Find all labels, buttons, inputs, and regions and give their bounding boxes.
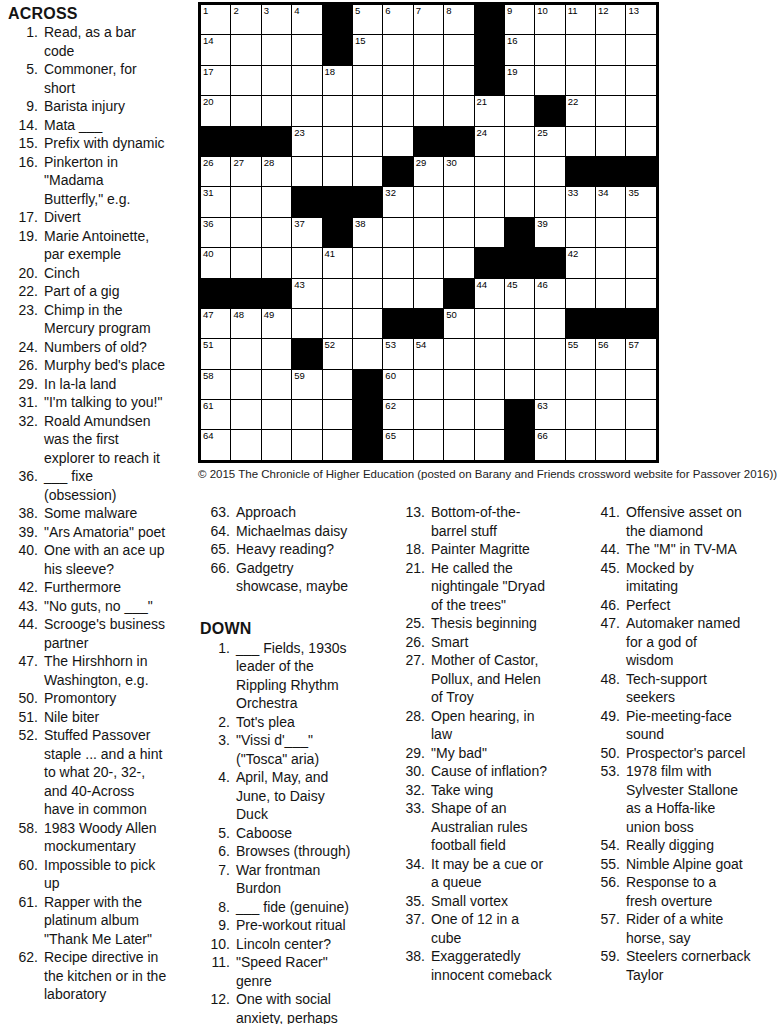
grid-cell-r9c13[interactable]: 42 (566, 248, 595, 277)
cell-number: 2 (233, 5, 238, 16)
clue-text: Cause of inflation? (431, 762, 587, 781)
down-clue-13: 13Bottom-of-the- barrel stuff (395, 503, 587, 540)
across-clue-31: 31"I'm talking to you!" (8, 393, 196, 412)
grid-cell-r2c1[interactable]: 14 (201, 35, 230, 64)
down-clue-53: 531978 film with Sylvester Stallone as a… (590, 762, 782, 836)
across-clue-5: 5Commoner, for short (8, 60, 196, 97)
grid-cell-r9c7[interactable] (383, 248, 412, 277)
grid-cell-r13c10[interactable] (475, 370, 504, 399)
clue-text: Stuffed Passover staple ... and a hint t… (44, 726, 196, 819)
grid-cell-r2c2[interactable] (231, 35, 260, 64)
grid-cell-r8c2[interactable] (231, 218, 260, 247)
grid-cell-r2c4[interactable] (292, 35, 321, 64)
clue-text: Gadgetry showcase, maybe (236, 559, 392, 596)
grid-cell-r11c12[interactable] (535, 309, 564, 338)
grid-cell-r1c9[interactable]: 8 (444, 5, 473, 34)
grid-cell-r8c1[interactable]: 36 (201, 218, 230, 247)
down-clue-46: 46Perfect (590, 596, 782, 615)
cell-number: 31 (203, 187, 214, 198)
grid-cell-r4c6[interactable] (353, 96, 382, 125)
grid-cell-r8c13[interactable] (566, 218, 595, 247)
grid-cell-r1c12[interactable]: 10 (535, 5, 564, 34)
grid-cell-r14c1[interactable]: 61 (201, 400, 230, 429)
grid-cell-r4c2[interactable] (231, 96, 260, 125)
across-clue-38: 38Some malware (8, 504, 196, 523)
grid-cell-r7c1[interactable]: 31 (201, 187, 230, 216)
cell-number: 49 (264, 309, 275, 320)
grid-cell-r2c7[interactable] (383, 35, 412, 64)
across-clue-62: 62Recipe directive in the kitchen or in … (8, 948, 196, 1004)
grid-cell-r3c11[interactable]: 19 (505, 66, 534, 95)
grid-cell-r7c8[interactable] (414, 187, 443, 216)
grid-cell-r14c4[interactable] (292, 400, 321, 429)
across-clue-51: 51Nile biter (8, 708, 196, 727)
grid-cell-r10c5[interactable] (323, 279, 352, 308)
grid-cell-r10c12[interactable]: 46 (535, 279, 564, 308)
grid-cell-r14c8[interactable] (414, 400, 443, 429)
down-clue-10: 10Lincoln center? (200, 935, 392, 954)
grid-cell-r4c10[interactable]: 21 (475, 96, 504, 125)
grid-cell-r3c1[interactable]: 17 (201, 66, 230, 95)
grid-cell-r11c9[interactable]: 50 (444, 309, 473, 338)
across-clue-64: 64Michaelmas daisy (200, 522, 392, 541)
grid-cell-r2c14[interactable] (596, 35, 625, 64)
black-square (566, 309, 595, 338)
clue-number: 3 (200, 731, 230, 750)
grid-cell-r7c12[interactable] (535, 187, 564, 216)
grid-cell-r13c9[interactable] (444, 370, 473, 399)
grid-cell-r15c7[interactable]: 65 (383, 430, 412, 459)
grid-cell-r3c6[interactable] (353, 66, 382, 95)
down-clue-47: 47Automaker named for a god of wisdom (590, 614, 782, 670)
grid-cell-r10c11[interactable]: 45 (505, 279, 534, 308)
grid-cell-r13c12[interactable] (535, 370, 564, 399)
grid-cell-r4c3[interactable] (262, 96, 291, 125)
grid-cell-r10c8[interactable] (414, 279, 443, 308)
grid-cell-r5c5[interactable] (323, 127, 352, 156)
clue-text: Chimp in the Mercury program (44, 301, 196, 338)
cell-number: 63 (537, 400, 548, 411)
down-clue-33: 33Shape of an Australian rules football … (395, 799, 587, 855)
across-clue-63: 63Approach (200, 503, 392, 522)
cell-number: 56 (598, 339, 609, 350)
cell-number: 32 (385, 187, 396, 198)
grid-cell-r15c1[interactable]: 64 (201, 430, 230, 459)
down-clue-1: 1___ Fields, 1930s leader of the Ripplin… (200, 639, 392, 713)
grid-cell-r13c8[interactable] (414, 370, 443, 399)
clue-number: 6 (200, 842, 230, 861)
clue-number: 58 (8, 819, 38, 838)
grid-cell-r8c7[interactable] (383, 218, 412, 247)
clue-number: 7 (200, 861, 230, 880)
across-clue-16: 16Pinkerton in "Madama Butterfly," e.g. (8, 153, 196, 209)
grid-cell-r13c3[interactable] (262, 370, 291, 399)
grid-cell-r5c7[interactable] (383, 127, 412, 156)
grid-cell-r2c15[interactable] (626, 35, 655, 64)
cell-number: 7 (416, 5, 421, 16)
cell-number: 52 (325, 339, 336, 350)
grid-cell-r9c2[interactable] (231, 248, 260, 277)
cell-number: 24 (477, 127, 488, 138)
grid-cell-r15c10[interactable] (475, 430, 504, 459)
grid-cell-r1c6[interactable]: 5 (353, 5, 382, 34)
across-clue-23: 23Chimp in the Mercury program (8, 301, 196, 338)
grid-cell-r13c13[interactable] (566, 370, 595, 399)
clue-text: ___ Fields, 1930s leader of the Rippling… (236, 639, 392, 713)
clue-text: Browses (through) (236, 842, 392, 861)
grid-cell-r15c12[interactable]: 66 (535, 430, 564, 459)
grid-cell-r14c9[interactable] (444, 400, 473, 429)
across-clues-column: ACROSS 1Read, as a bar code5Commoner, fo… (8, 4, 196, 1004)
grid-cell-r11c6[interactable] (353, 309, 382, 338)
clue-text: Tot's plea (236, 713, 392, 732)
across-clue-1: 1Read, as a bar code (8, 23, 196, 60)
grid-cell-r7c13[interactable]: 33 (566, 187, 595, 216)
grid-cell-r11c5[interactable] (323, 309, 352, 338)
grid-cell-r10c7[interactable] (383, 279, 412, 308)
grid-cell-r3c4[interactable] (292, 66, 321, 95)
clue-text: ___ fide (genuine) (236, 898, 392, 917)
grid-cell-r3c8[interactable] (414, 66, 443, 95)
grid-cell-r7c9[interactable] (444, 187, 473, 216)
grid-cell-r15c15[interactable] (626, 430, 655, 459)
clue-text: ___ fixe (obsession) (44, 467, 196, 504)
grid-cell-r9c14[interactable] (596, 248, 625, 277)
clue-text: Scrooge's business partner (44, 615, 196, 652)
grid-cell-r13c1[interactable]: 58 (201, 370, 230, 399)
grid-cell-r12c6[interactable] (353, 339, 382, 368)
grid-cell-r1c1[interactable]: 1 (201, 5, 230, 34)
grid-cell-r14c7[interactable]: 62 (383, 400, 412, 429)
down-clue-34: 34It may be a cue or a queue (395, 855, 587, 892)
grid-cell-r14c15[interactable] (626, 400, 655, 429)
grid-cell-r12c10[interactable] (475, 339, 504, 368)
grid-cell-r15c4[interactable] (292, 430, 321, 459)
grid-cell-r1c13[interactable]: 11 (566, 5, 595, 34)
grid-cell-r12c11[interactable] (505, 339, 534, 368)
grid-cell-r7c10[interactable] (475, 187, 504, 216)
grid-cell-r8c10[interactable] (475, 218, 504, 247)
grid-cell-r9c1[interactable]: 40 (201, 248, 230, 277)
grid-cell-r11c2[interactable]: 48 (231, 309, 260, 338)
clue-number: 52 (8, 726, 38, 745)
across-clue-22: 22Part of a gig (8, 282, 196, 301)
grid-cell-r3c14[interactable] (596, 66, 625, 95)
grid-cell-r8c4[interactable]: 37 (292, 218, 321, 247)
grid-cell-r6c8[interactable]: 29 (414, 157, 443, 186)
grid-cell-r13c15[interactable] (626, 370, 655, 399)
grid-cell-r7c7[interactable]: 32 (383, 187, 412, 216)
clue-number: 11 (200, 953, 230, 972)
down-clue-28: 28Open hearing, in law (395, 707, 587, 744)
grid-cell-r7c11[interactable] (505, 187, 534, 216)
grid-cell-r2c13[interactable] (566, 35, 595, 64)
grid-cell-r1c7[interactable]: 6 (383, 5, 412, 34)
grid-cell-r3c13[interactable] (566, 66, 595, 95)
across-clue-20: 20Cinch (8, 264, 196, 283)
cell-number: 33 (568, 187, 579, 198)
grid-cell-r14c14[interactable] (596, 400, 625, 429)
grid-cell-r5c15[interactable] (626, 127, 655, 156)
grid-cell-r14c5[interactable] (323, 400, 352, 429)
clue-text: "My bad" (431, 744, 587, 763)
clue-text: Approach (236, 503, 392, 522)
grid-cell-r15c3[interactable] (262, 430, 291, 459)
grid-cell-r13c14[interactable] (596, 370, 625, 399)
down-clue-6: 6Browses (through) (200, 842, 392, 861)
grid-cell-r10c13[interactable] (566, 279, 595, 308)
grid-cell-r4c9[interactable] (444, 96, 473, 125)
grid-cell-r10c10[interactable]: 44 (475, 279, 504, 308)
down-clue-4: 4April, May, and June, to Daisy Duck (200, 768, 392, 824)
grid-cell-r14c2[interactable] (231, 400, 260, 429)
clue-number: 20 (8, 264, 38, 283)
grid-cell-r11c1[interactable]: 47 (201, 309, 230, 338)
grid-cell-r5c11[interactable] (505, 127, 534, 156)
grid-cell-r12c3[interactable] (262, 339, 291, 368)
clue-number: 13 (395, 503, 425, 522)
grid-cell-r6c12[interactable] (535, 157, 564, 186)
grid-cell-r6c4[interactable] (292, 157, 321, 186)
clue-number: 5 (8, 60, 38, 79)
grid-cell-r7c3[interactable] (262, 187, 291, 216)
clue-number: 15 (8, 134, 38, 153)
grid-cell-r5c12[interactable]: 25 (535, 127, 564, 156)
grid-cell-r1c4[interactable]: 4 (292, 5, 321, 34)
grid-cell-r4c4[interactable] (292, 96, 321, 125)
down-clue-59: 59Steelers cornerback Taylor (590, 947, 782, 984)
black-square (231, 279, 260, 308)
cell-number: 62 (385, 400, 396, 411)
clue-text: Divert (44, 208, 196, 227)
grid-cell-r1c3[interactable]: 3 (262, 5, 291, 34)
grid-cell-r12c7[interactable]: 53 (383, 339, 412, 368)
clue-number: 9 (200, 916, 230, 935)
grid-cell-r3c3[interactable] (262, 66, 291, 95)
grid-cell-r3c2[interactable] (231, 66, 260, 95)
grid-cell-r2c8[interactable] (414, 35, 443, 64)
grid-cell-r13c7[interactable]: 60 (383, 370, 412, 399)
grid-cell-r14c13[interactable] (566, 400, 595, 429)
down-clue-7: 7War frontman Burdon (200, 861, 392, 898)
grid-cell-r15c9[interactable] (444, 430, 473, 459)
grid-cell-r12c9[interactable] (444, 339, 473, 368)
clue-number: 29 (8, 375, 38, 394)
cell-number: 13 (628, 5, 639, 16)
cell-number: 35 (628, 187, 639, 198)
grid-cell-r10c6[interactable] (353, 279, 382, 308)
grid-cell-r10c4[interactable]: 43 (292, 279, 321, 308)
clue-number: 22 (8, 282, 38, 301)
grid-cell-r4c14[interactable] (596, 96, 625, 125)
grid-cell-r2c3[interactable] (262, 35, 291, 64)
grid-cell-r11c11[interactable] (505, 309, 534, 338)
grid-cell-r4c8[interactable] (414, 96, 443, 125)
grid-cell-r10c15[interactable] (626, 279, 655, 308)
clue-number: 44 (590, 540, 620, 559)
grid-cell-r6c2[interactable]: 27 (231, 157, 260, 186)
grid-cell-r7c15[interactable]: 35 (626, 187, 655, 216)
clue-number: 34 (395, 855, 425, 874)
clue-number: 31 (8, 393, 38, 412)
down-clue-29: 29"My bad" (395, 744, 587, 763)
grid-cell-r6c3[interactable]: 28 (262, 157, 291, 186)
grid-cell-r1c15[interactable]: 13 (626, 5, 655, 34)
grid-cell-r6c10[interactable] (475, 157, 504, 186)
down-clue-45: 45Mocked by imitating (590, 559, 782, 596)
grid-cell-r8c15[interactable] (626, 218, 655, 247)
grid-cell-r9c15[interactable] (626, 248, 655, 277)
grid-cell-r7c2[interactable] (231, 187, 260, 216)
grid-cell-r13c5[interactable] (323, 370, 352, 399)
grid-cell-r5c10[interactable]: 24 (475, 127, 504, 156)
across-header: ACROSS (8, 4, 196, 23)
across-clue-65: 65Heavy reading? (200, 540, 392, 559)
grid-cell-r4c5[interactable] (323, 96, 352, 125)
grid-cell-r15c13[interactable] (566, 430, 595, 459)
clue-text: In la-la land (44, 375, 196, 394)
clue-number: 28 (395, 707, 425, 726)
grid-cell-r11c10[interactable] (475, 309, 504, 338)
grid-cell-r9c5[interactable]: 41 (323, 248, 352, 277)
grid-cell-r12c2[interactable] (231, 339, 260, 368)
grid-cell-r13c11[interactable] (505, 370, 534, 399)
grid-cell-r12c13[interactable]: 55 (566, 339, 595, 368)
grid-cell-r14c12[interactable]: 63 (535, 400, 564, 429)
grid-cell-r8c12[interactable]: 39 (535, 218, 564, 247)
grid-cell-r12c1[interactable]: 51 (201, 339, 230, 368)
grid-cell-r4c7[interactable] (383, 96, 412, 125)
grid-cell-r14c3[interactable] (262, 400, 291, 429)
grid-cell-r7c14[interactable]: 34 (596, 187, 625, 216)
across-clue-47: 47The Hirshhorn in Washington, e.g. (8, 652, 196, 689)
grid-cell-r2c9[interactable] (444, 35, 473, 64)
clue-text: "Speed Racer" genre (236, 953, 392, 990)
grid-cell-r5c14[interactable] (596, 127, 625, 156)
grid-cell-r15c14[interactable] (596, 430, 625, 459)
clue-text: Mata ___ (44, 116, 196, 135)
clue-text: Furthermore (44, 578, 196, 597)
grid-cell-r8c9[interactable] (444, 218, 473, 247)
cell-number: 27 (233, 157, 244, 168)
grid-cell-r12c15[interactable]: 57 (626, 339, 655, 368)
grid-cell-r4c11[interactable] (505, 96, 534, 125)
grid-cell-r11c4[interactable] (292, 309, 321, 338)
grid-cell-r6c11[interactable] (505, 157, 534, 186)
clue-text: Automaker named for a god of wisdom (626, 614, 782, 670)
black-square (262, 127, 291, 156)
down-clue-list: 1___ Fields, 1930s leader of the Ripplin… (200, 639, 392, 1024)
clue-number: 18 (395, 540, 425, 559)
grid-cell-r9c6[interactable] (353, 248, 382, 277)
grid-cell-r3c15[interactable] (626, 66, 655, 95)
cell-number: 55 (568, 339, 579, 350)
clue-number: 62 (8, 948, 38, 967)
clue-text: "Ars Amatoria" poet (44, 523, 196, 542)
grid-cell-r3c12[interactable] (535, 66, 564, 95)
grid-cell-r5c4[interactable]: 23 (292, 127, 321, 156)
grid-cell-r2c12[interactable] (535, 35, 564, 64)
grid-cell-r3c5[interactable]: 18 (323, 66, 352, 95)
grid-cell-r8c3[interactable] (262, 218, 291, 247)
grid-cell-r8c8[interactable] (414, 218, 443, 247)
grid-cell-r15c8[interactable] (414, 430, 443, 459)
grid-cell-r5c13[interactable] (566, 127, 595, 156)
black-square (383, 309, 412, 338)
clue-number: 53 (590, 762, 620, 781)
grid-cell-r5c6[interactable] (353, 127, 382, 156)
grid-cell-r6c5[interactable] (323, 157, 352, 186)
grid-cell-r12c12[interactable] (535, 339, 564, 368)
grid-cell-r6c6[interactable] (353, 157, 382, 186)
clue-text: Perfect (626, 596, 782, 615)
grid-cell-r4c1[interactable]: 20 (201, 96, 230, 125)
black-square (475, 35, 504, 64)
grid-cell-r12c14[interactable]: 56 (596, 339, 625, 368)
grid-cell-r8c14[interactable] (596, 218, 625, 247)
cell-number: 12 (598, 5, 609, 16)
grid-cell-r15c5[interactable] (323, 430, 352, 459)
clue-number: 61 (8, 893, 38, 912)
grid-cell-r1c11[interactable]: 9 (505, 5, 534, 34)
clue-text: "Vissi d'___" ("Tosca" aria) (236, 731, 392, 768)
black-square (292, 339, 321, 368)
grid-cell-r15c2[interactable] (231, 430, 260, 459)
grid-cell-r11c3[interactable]: 49 (262, 309, 291, 338)
grid-cell-r1c8[interactable]: 7 (414, 5, 443, 34)
grid-cell-r12c8[interactable]: 54 (414, 339, 443, 368)
grid-cell-r12c5[interactable]: 52 (323, 339, 352, 368)
grid-cell-r3c7[interactable] (383, 66, 412, 95)
across-clue-32: 32Roald Amundsen was the first explorer … (8, 412, 196, 468)
copyright-line: © 2015 The Chronicle of Higher Education… (198, 468, 777, 480)
down-clue-26: 26Smart (395, 633, 587, 652)
grid-cell-r6c9[interactable]: 30 (444, 157, 473, 186)
clue-text: He called the nightingale "Dryad of the … (431, 559, 587, 615)
clues-column-2: 63Approach64Michaelmas daisy65Heavy read… (200, 503, 392, 1024)
clue-text: Michaelmas daisy (236, 522, 392, 541)
grid-cell-r2c6[interactable]: 15 (353, 35, 382, 64)
black-square (475, 248, 504, 277)
grid-cell-r1c2[interactable]: 2 (231, 5, 260, 34)
down-clue-12: 12One with social anxiety, perhaps (200, 990, 392, 1024)
grid-cell-r4c15[interactable] (626, 96, 655, 125)
grid-cell-r9c8[interactable] (414, 248, 443, 277)
grid-cell-r9c3[interactable] (262, 248, 291, 277)
clue-number: 36 (8, 467, 38, 486)
grid-cell-r9c9[interactable] (444, 248, 473, 277)
grid-cell-r3c9[interactable] (444, 66, 473, 95)
grid-cell-r9c4[interactable] (292, 248, 321, 277)
black-square (353, 187, 382, 216)
grid-cell-r10c14[interactable] (596, 279, 625, 308)
grid-cell-r14c10[interactable] (475, 400, 504, 429)
grid-cell-r13c2[interactable] (231, 370, 260, 399)
clue-number: 50 (8, 689, 38, 708)
grid-cell-r4c13[interactable]: 22 (566, 96, 595, 125)
clue-number: 54 (590, 836, 620, 855)
grid-cell-r1c14[interactable]: 12 (596, 5, 625, 34)
across-clue-58: 581983 Woody Allen mockumentary (8, 819, 196, 856)
grid-cell-r2c11[interactable]: 16 (505, 35, 534, 64)
grid-cell-r13c4[interactable]: 59 (292, 370, 321, 399)
cell-number: 19 (507, 66, 518, 77)
grid-cell-r6c1[interactable]: 26 (201, 157, 230, 186)
across-clue-44: 44Scrooge's business partner (8, 615, 196, 652)
grid-cell-r8c6[interactable]: 38 (353, 218, 382, 247)
cell-number: 47 (203, 309, 214, 320)
cell-number: 40 (203, 248, 214, 259)
